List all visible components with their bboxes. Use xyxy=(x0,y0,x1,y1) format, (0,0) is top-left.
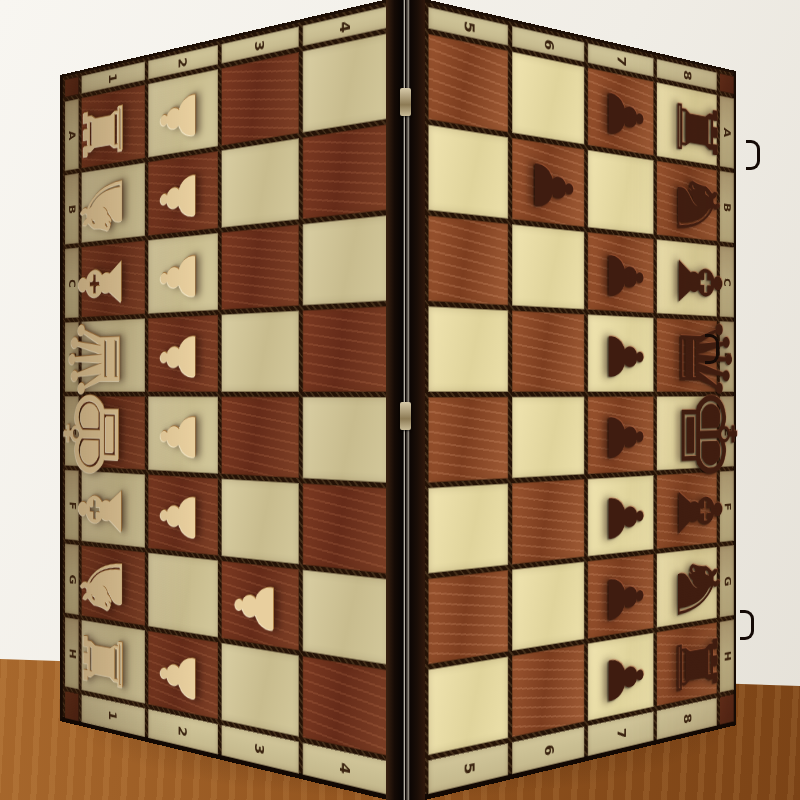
rank-label-right-F: F xyxy=(720,471,734,543)
square-a1 xyxy=(81,620,145,704)
square-c7 xyxy=(221,138,299,228)
file-label-top-1-text: 1 xyxy=(108,72,118,84)
square-f2 xyxy=(512,561,584,651)
square-e6 xyxy=(428,215,508,305)
square-b5 xyxy=(148,315,218,392)
square-g6 xyxy=(588,232,654,313)
rank-label-left-G-text: G xyxy=(68,574,76,585)
rank-label-left-C: C xyxy=(65,247,79,318)
rank-label-right-D: D xyxy=(720,321,734,392)
hinge-hardware-middle xyxy=(400,402,411,430)
square-d6 xyxy=(303,215,389,306)
file-label-bottom-7-text: 7 xyxy=(616,727,627,740)
file-label-bottom-8-text: 8 xyxy=(682,712,692,724)
square-d5 xyxy=(303,306,389,392)
rank-label-right-C: C xyxy=(720,246,734,318)
square-d2 xyxy=(303,570,389,666)
clasp-hook-top xyxy=(746,140,760,170)
square-h4 xyxy=(657,396,717,470)
square-c3 xyxy=(221,479,299,565)
rank-label-left-C-text: C xyxy=(68,278,76,288)
square-e8 xyxy=(428,34,508,133)
square-f1 xyxy=(512,644,584,737)
file-label-top-2-text: 2 xyxy=(177,56,188,69)
square-e3 xyxy=(428,483,508,573)
square-a8 xyxy=(81,84,145,168)
square-f4 xyxy=(512,397,584,479)
square-f5 xyxy=(512,310,584,392)
square-a3 xyxy=(81,471,145,548)
file-label-top-6-text: 6 xyxy=(543,38,555,52)
square-g2 xyxy=(588,554,654,639)
square-d3 xyxy=(303,483,389,574)
rank-label-left-F: F xyxy=(65,470,79,541)
square-f7 xyxy=(512,138,584,227)
square-h3 xyxy=(657,471,717,549)
square-g8 xyxy=(588,67,654,155)
rank-label-left-G: G xyxy=(65,543,79,615)
board-left-panel: 1234ABCDEFGH1234♜♟♞♟♝♟♛♟♚♟♝♟♞♟♜♟ xyxy=(60,0,388,800)
square-h6 xyxy=(657,239,717,316)
square-a7 xyxy=(81,162,145,243)
corner-cell xyxy=(720,73,734,94)
rank-label-right-H-text: H xyxy=(723,650,731,662)
rank-label-right-B: B xyxy=(720,171,734,244)
rank-label-right-E: E xyxy=(720,396,734,467)
rank-label-left-E-text: E xyxy=(68,427,76,436)
rank-label-right-C-text: C xyxy=(723,277,731,287)
square-e7 xyxy=(428,125,508,219)
square-b4 xyxy=(148,396,218,474)
file-label-bottom-4-text: 4 xyxy=(338,761,351,776)
board-right-panel: 5678ABCDEFGH5678♟♜♟♞♟♝♟♛♟♚♟♝♟♞♟♜ xyxy=(425,0,736,800)
square-e5 xyxy=(428,306,508,392)
rank-label-left-D: D xyxy=(65,322,79,392)
hinge-hardware-top xyxy=(400,88,411,116)
file-label-bottom-6-text: 6 xyxy=(543,743,555,757)
square-b2 xyxy=(148,553,218,638)
square-d8 xyxy=(303,33,389,133)
square-h8 xyxy=(657,82,717,166)
square-a6 xyxy=(81,240,145,317)
rank-label-right-H: H xyxy=(720,619,734,692)
hinge-spine xyxy=(386,0,425,800)
square-a2 xyxy=(81,545,145,626)
square-g7 xyxy=(588,150,654,235)
square-c1 xyxy=(221,643,299,737)
corner-cell xyxy=(720,694,734,725)
clasp-hook-bottom xyxy=(740,610,754,640)
rank-label-left-A: A xyxy=(65,99,79,172)
square-e4 xyxy=(428,397,508,483)
square-b8 xyxy=(148,69,218,158)
square-c4 xyxy=(221,397,299,479)
square-b3 xyxy=(148,474,218,555)
square-f6 xyxy=(512,224,584,309)
square-b1 xyxy=(148,631,218,720)
square-g5 xyxy=(588,314,654,392)
file-label-top-5-text: 5 xyxy=(463,20,476,34)
rank-label-right-G-text: G xyxy=(723,575,731,586)
square-a4 xyxy=(81,396,145,470)
square-g4 xyxy=(588,396,654,474)
rank-label-right-A-text: A xyxy=(723,127,731,138)
square-f3 xyxy=(512,479,584,565)
square-d1 xyxy=(303,656,389,756)
rank-label-right-G: G xyxy=(720,545,734,618)
square-g3 xyxy=(588,475,654,556)
file-label-top-3-text: 3 xyxy=(253,39,265,53)
rank-label-left-B-text: B xyxy=(68,204,76,214)
rank-label-left-H-text: H xyxy=(68,647,76,659)
square-d4 xyxy=(303,397,389,483)
square-c8 xyxy=(221,52,299,146)
square-f8 xyxy=(512,51,584,144)
rank-label-right-B-text: B xyxy=(723,202,731,212)
rank-label-right-F-text: F xyxy=(723,502,731,511)
clasp-hook-middle xyxy=(705,334,719,364)
square-c6 xyxy=(221,224,299,310)
file-label-top-8-text: 8 xyxy=(682,69,692,81)
rank-label-left-A-text: A xyxy=(68,129,76,140)
corner-cell xyxy=(65,691,79,722)
square-a5 xyxy=(81,318,145,392)
square-c2 xyxy=(221,561,299,651)
file-label-bottom-1-text: 1 xyxy=(108,709,118,721)
file-label-bottom-2-text: 2 xyxy=(177,725,188,738)
square-e1 xyxy=(428,656,508,755)
rank-label-left-D-text: D xyxy=(68,352,76,362)
corner-cell xyxy=(65,76,79,97)
square-d7 xyxy=(303,124,389,219)
file-label-bottom-3-text: 3 xyxy=(253,742,265,756)
file-label-top-4-text: 4 xyxy=(338,19,351,33)
rank-label-right-E-text: E xyxy=(723,427,731,436)
square-h1 xyxy=(657,622,717,706)
square-h7 xyxy=(657,161,717,242)
rank-label-left-H: H xyxy=(65,617,79,690)
rank-label-right-A: A xyxy=(720,95,734,168)
rank-label-left-F-text: F xyxy=(68,501,76,510)
file-label-bottom-5-text: 5 xyxy=(463,761,476,776)
square-g1 xyxy=(588,633,654,722)
rank-label-right-D-text: D xyxy=(723,351,731,361)
rank-label-left-B: B xyxy=(65,173,79,245)
rank-label-left-E: E xyxy=(65,396,79,466)
square-e2 xyxy=(428,570,508,665)
square-b7 xyxy=(148,151,218,236)
square-c5 xyxy=(221,311,299,392)
square-b6 xyxy=(148,233,218,314)
square-h2 xyxy=(657,547,717,628)
file-label-top-7-text: 7 xyxy=(616,54,627,67)
